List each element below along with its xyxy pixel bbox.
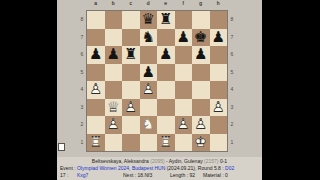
square-a3 <box>87 99 105 117</box>
rank-label-8: 8 <box>79 11 85 29</box>
piece-white-king-outline: ♔ <box>192 134 210 152</box>
square-b4 <box>105 81 123 99</box>
letterbox-left <box>0 0 57 180</box>
square-g7: ♚ <box>192 29 210 47</box>
piece-black-pawn: ♟ <box>210 29 228 47</box>
square-h7: ♟ <box>210 29 228 47</box>
file-label-h: h <box>210 0 228 6</box>
piece-white-queen-outline: ♕ <box>105 99 123 117</box>
square-e2 <box>157 116 175 134</box>
video-frame: abcdefgh 87654321 ♛♜♞♟♚♟♟♟♜♟♟♟♟♙♟♙♛♕♟♙♟♙… <box>0 0 320 180</box>
square-d6 <box>140 46 158 64</box>
square-f5 <box>175 64 193 82</box>
rank-label-6: 6 <box>229 46 235 64</box>
white-player-rating: (2095) <box>150 158 164 164</box>
square-d1 <box>140 134 158 152</box>
white-to-move-indicator <box>58 143 65 151</box>
square-a4: ♟♙ <box>87 81 105 99</box>
rank-label-1: 1 <box>79 134 85 152</box>
square-b7 <box>105 29 123 47</box>
black-player-name: Aydin, Gulenay <box>169 158 203 164</box>
square-c5 <box>122 64 140 82</box>
square-c2 <box>122 116 140 134</box>
rank-label-7: 7 <box>229 29 235 47</box>
piece-black-pawn: ♟ <box>175 29 193 47</box>
square-b1 <box>105 134 123 152</box>
square-h5 <box>210 64 228 82</box>
square-d4: ♟♙ <box>140 81 158 99</box>
square-h1 <box>210 134 228 152</box>
square-f2: ♟♙ <box>175 116 193 134</box>
square-h8 <box>210 11 228 29</box>
square-b8 <box>105 11 123 29</box>
square-b3: ♛♕ <box>105 99 123 117</box>
square-f3 <box>175 99 193 117</box>
square-c3: ♟♙ <box>122 99 140 117</box>
square-a2 <box>87 116 105 134</box>
square-e7 <box>157 29 175 47</box>
square-h2 <box>210 116 228 134</box>
square-h3: ♟♙ <box>210 99 228 117</box>
file-label-e: e <box>157 0 175 6</box>
event-line: Event : Olympiad Women 2024, Budapest HU… <box>60 165 260 171</box>
piece-black-knight: ♞ <box>140 29 158 47</box>
square-e8: ♜ <box>157 11 175 29</box>
piece-black-rook: ♜ <box>157 11 175 29</box>
piece-black-queen: ♛ <box>140 11 158 29</box>
file-label-g: g <box>192 0 210 6</box>
game-result: 0-1 <box>220 158 227 164</box>
piece-white-pawn-outline: ♙ <box>210 99 228 117</box>
square-b5 <box>105 64 123 82</box>
file-label-a: a <box>87 0 105 6</box>
square-a7 <box>87 29 105 47</box>
event-name-link: Olympiad Women 2024, Budapest HUN <box>77 165 165 171</box>
square-e1: ♜♖ <box>157 134 175 152</box>
rank-label-2: 2 <box>79 116 85 134</box>
square-g3 <box>192 99 210 117</box>
players-line: Beltsevskaya, Aleksandra (2095) - Aydin,… <box>57 158 262 164</box>
piece-white-rook-outline: ♖ <box>157 134 175 152</box>
square-a1: ♜♖ <box>87 134 105 152</box>
game-info-footer: Beltsevskaya, Aleksandra (2095) - Aydin,… <box>57 157 262 180</box>
letterbox-right <box>262 0 320 180</box>
players-separator: - <box>166 158 168 164</box>
square-b6: ♟ <box>105 46 123 64</box>
square-d5: ♟ <box>140 64 158 82</box>
piece-black-pawn: ♟ <box>87 46 105 64</box>
square-h6 <box>210 46 228 64</box>
square-f7: ♟ <box>175 29 193 47</box>
square-c8 <box>122 11 140 29</box>
black-player-rating: (2157) <box>204 158 218 164</box>
last-move: Kxg7 <box>77 172 88 178</box>
square-e3 <box>157 99 175 117</box>
square-c4 <box>122 81 140 99</box>
rank-label-7: 7 <box>79 29 85 47</box>
square-g4 <box>192 81 210 99</box>
square-e5 <box>157 64 175 82</box>
event-date-round: (2024.09.21), Round 5.8 : <box>167 165 224 171</box>
square-b2: ♟♙ <box>105 116 123 134</box>
square-g5 <box>192 64 210 82</box>
square-g2: ♟♙ <box>192 116 210 134</box>
square-g8 <box>192 11 210 29</box>
piece-white-knight-outline: ♘ <box>140 116 158 134</box>
eco-code: D02 <box>225 165 234 171</box>
rank-label-4: 4 <box>79 81 85 99</box>
rank-label-8: 8 <box>229 11 235 29</box>
next-move: Next : 18.Nf3 <box>123 172 152 178</box>
piece-white-pawn-outline: ♙ <box>140 81 158 99</box>
square-h4 <box>210 81 228 99</box>
rank-label-4: 4 <box>229 81 235 99</box>
square-c7 <box>122 29 140 47</box>
square-f1 <box>175 134 193 152</box>
piece-black-pawn: ♟ <box>105 46 123 64</box>
rank-label-6: 6 <box>79 46 85 64</box>
rank-label-5: 5 <box>79 64 85 82</box>
square-d3 <box>140 99 158 117</box>
square-e6: ♟ <box>157 46 175 64</box>
piece-white-pawn-outline: ♙ <box>192 116 210 134</box>
piece-black-pawn: ♟ <box>192 46 210 64</box>
square-f6 <box>175 46 193 64</box>
file-label-c: c <box>122 0 140 6</box>
move-number: 17 : <box>60 172 68 178</box>
rank-label-5: 5 <box>229 64 235 82</box>
square-a8 <box>87 11 105 29</box>
square-e4 <box>157 81 175 99</box>
piece-white-pawn-outline: ♙ <box>87 81 105 99</box>
rank-label-3: 3 <box>79 99 85 117</box>
file-label-d: d <box>140 0 158 6</box>
square-d7: ♞ <box>140 29 158 47</box>
piece-black-king: ♚ <box>192 29 210 47</box>
square-f8 <box>175 11 193 29</box>
square-f4 <box>175 81 193 99</box>
file-label-b: b <box>105 0 123 6</box>
chessbase-panel: abcdefgh 87654321 ♛♜♞♟♚♟♟♟♜♟♟♟♟♙♟♙♛♕♟♙♟♙… <box>57 0 262 180</box>
material-balance: Material : 0 <box>203 172 228 178</box>
rank-label-2: 2 <box>229 116 235 134</box>
piece-white-pawn-outline: ♙ <box>122 99 140 117</box>
rank-label-3: 3 <box>229 99 235 117</box>
piece-black-pawn: ♟ <box>157 46 175 64</box>
square-a6: ♟ <box>87 46 105 64</box>
square-g6: ♟ <box>192 46 210 64</box>
chess-board: ♛♜♞♟♚♟♟♟♜♟♟♟♟♙♟♙♛♕♟♙♟♙♟♙♞♘♟♙♟♙♜♖♜♖♚♔ <box>87 11 227 151</box>
white-player-name: Beltsevskaya, Aleksandra <box>92 158 149 164</box>
rank-label-1: 1 <box>229 134 235 152</box>
piece-white-rook-outline: ♖ <box>87 134 105 152</box>
piece-white-pawn-outline: ♙ <box>105 116 123 134</box>
piece-black-rook: ♜ <box>122 46 140 64</box>
square-a5 <box>87 64 105 82</box>
square-c1 <box>122 134 140 152</box>
event-label: Event : <box>60 165 76 171</box>
game-length: Length : 92 <box>170 172 195 178</box>
square-d8: ♛ <box>140 11 158 29</box>
move-status-line: 17 : Kxg7 Next : 18.Nf3 Length : 92 Mate… <box>57 172 262 179</box>
square-g1: ♚♔ <box>192 134 210 152</box>
square-d2: ♞♘ <box>140 116 158 134</box>
piece-black-pawn: ♟ <box>140 64 158 82</box>
piece-white-pawn-outline: ♙ <box>175 116 193 134</box>
file-label-f: f <box>175 0 193 6</box>
square-c6: ♜ <box>122 46 140 64</box>
